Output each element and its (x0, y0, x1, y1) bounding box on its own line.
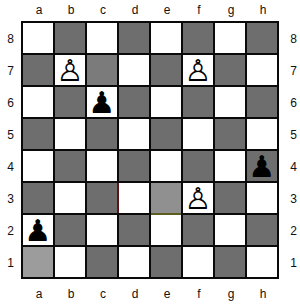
rank-label-right-4: 4 (286, 151, 300, 183)
square-d4[interactable] (119, 151, 149, 181)
square-e8[interactable] (151, 23, 181, 53)
square-b2[interactable] (55, 215, 85, 245)
square-c2[interactable] (87, 215, 117, 245)
rank-label-right-6: 6 (286, 87, 300, 119)
piece-black-pawn-h4: ♟ (249, 152, 276, 182)
square-e1[interactable] (151, 247, 181, 277)
square-g4[interactable] (215, 151, 245, 181)
square-h6[interactable] (247, 87, 277, 117)
rank-label-left-4: 4 (3, 151, 18, 183)
square-h7[interactable] (247, 55, 277, 85)
file-label-bottom-b: b (55, 286, 87, 303)
rank-label-left-8: 8 (3, 23, 18, 55)
square-d2[interactable] (119, 215, 149, 245)
square-d6[interactable] (119, 87, 149, 117)
file-label-top-c: c (87, 2, 119, 19)
rank-label-right-5: 5 (286, 119, 300, 151)
square-c8[interactable] (87, 23, 117, 53)
file-label-top-d: d (119, 2, 151, 19)
rank-label-left-2: 2 (3, 215, 18, 247)
square-g7[interactable] (215, 55, 245, 85)
file-label-bottom-e: e (151, 286, 183, 303)
piece-white-pawn-b7: ♙ (57, 56, 84, 86)
rank-label-right-7: 7 (286, 55, 300, 87)
square-d5[interactable] (119, 119, 149, 149)
square-f4[interactable] (183, 151, 213, 181)
rank-label-right-8: 8 (286, 23, 300, 55)
square-h8[interactable] (247, 23, 277, 53)
square-g5[interactable] (215, 119, 245, 149)
square-h1[interactable] (247, 247, 277, 277)
square-b8[interactable] (55, 23, 85, 53)
square-f2[interactable] (183, 215, 213, 245)
rank-label-right-1: 1 (286, 247, 300, 279)
square-e2[interactable] (151, 215, 181, 245)
file-label-top-f: f (183, 2, 215, 19)
square-e4[interactable] (151, 151, 181, 181)
square-e7[interactable] (151, 55, 181, 85)
square-f1[interactable] (183, 247, 213, 277)
square-c4[interactable] (87, 151, 117, 181)
file-label-bottom-d: d (119, 286, 151, 303)
file-labels-bottom: abcdefgh (23, 286, 279, 303)
square-a4[interactable] (23, 151, 53, 181)
file-label-top-g: g (215, 2, 247, 19)
square-c1[interactable] (87, 247, 117, 277)
file-label-top-h: h (247, 2, 279, 19)
chess-board: ♙♙♟♟♙♟ (21, 21, 279, 279)
square-b4[interactable] (55, 151, 85, 181)
file-label-bottom-f: f (183, 286, 215, 303)
square-b1[interactable] (55, 247, 85, 277)
square-c6[interactable]: ♟ (87, 87, 117, 117)
square-a5[interactable] (23, 119, 53, 149)
square-e5[interactable] (151, 119, 181, 149)
square-f6[interactable] (183, 87, 213, 117)
square-c7[interactable] (87, 55, 117, 85)
rank-label-left-5: 5 (3, 119, 18, 151)
file-labels-top: abcdefgh (23, 2, 279, 19)
rank-label-right-2: 2 (286, 215, 300, 247)
square-h2[interactable] (247, 215, 277, 245)
piece-black-pawn-a2: ♟ (25, 216, 52, 246)
square-g6[interactable] (215, 87, 245, 117)
file-label-bottom-g: g (215, 286, 247, 303)
piece-white-pawn-f3: ♙ (185, 184, 212, 214)
square-e3[interactable] (151, 183, 181, 213)
file-label-top-b: b (55, 2, 87, 19)
file-label-bottom-a: a (23, 286, 55, 303)
file-label-top-e: e (151, 2, 183, 19)
square-a2[interactable]: ♟ (23, 215, 53, 245)
square-h3[interactable] (247, 183, 277, 213)
square-g8[interactable] (215, 23, 245, 53)
square-d3[interactable] (119, 183, 149, 213)
square-g1[interactable] (215, 247, 245, 277)
square-f7[interactable]: ♙ (183, 55, 213, 85)
square-b3[interactable] (55, 183, 85, 213)
square-g2[interactable] (215, 215, 245, 245)
rank-label-left-1: 1 (3, 247, 18, 279)
square-d8[interactable] (119, 23, 149, 53)
square-h5[interactable] (247, 119, 277, 149)
piece-white-pawn-f7: ♙ (185, 56, 212, 86)
file-label-bottom-h: h (247, 286, 279, 303)
chess-board-diagram: abcdefgh 87654321 ♙♙♟♟♙♟ 87654321 abcdef… (0, 0, 300, 307)
square-a7[interactable] (23, 55, 53, 85)
annotation-olive-line-e3-bottom (151, 213, 181, 215)
rank-label-right-3: 3 (286, 183, 300, 215)
square-b7[interactable]: ♙ (55, 55, 85, 85)
rank-label-left-6: 6 (3, 87, 18, 119)
square-f8[interactable] (183, 23, 213, 53)
square-d1[interactable] (119, 247, 149, 277)
square-e6[interactable] (151, 87, 181, 117)
square-h4[interactable]: ♟ (247, 151, 277, 181)
square-f5[interactable] (183, 119, 213, 149)
rank-labels-left: 87654321 (3, 23, 18, 279)
square-g3[interactable] (215, 183, 245, 213)
square-a6[interactable] (23, 87, 53, 117)
square-c3[interactable] (87, 183, 117, 213)
square-a3[interactable] (23, 183, 53, 213)
piece-black-pawn-c6: ♟ (89, 88, 116, 118)
square-a8[interactable] (23, 23, 53, 53)
square-b6[interactable] (55, 87, 85, 117)
square-d7[interactable] (119, 55, 149, 85)
file-label-top-a: a (23, 2, 55, 19)
square-c5[interactable] (87, 119, 117, 149)
square-f3[interactable]: ♙ (183, 183, 213, 213)
annotation-red-line-d3-left (117, 183, 119, 213)
square-b5[interactable] (55, 119, 85, 149)
rank-labels-right: 87654321 (286, 23, 300, 279)
rank-label-left-3: 3 (3, 183, 18, 215)
rank-label-left-7: 7 (3, 55, 18, 87)
square-a1[interactable] (23, 247, 53, 277)
file-label-bottom-c: c (87, 286, 119, 303)
